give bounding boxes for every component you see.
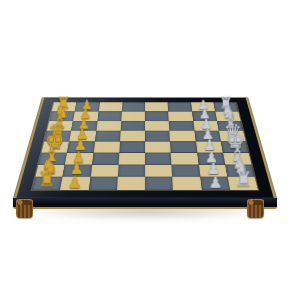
square-r7c2[interactable] (88, 177, 117, 190)
board-leg-right (247, 199, 264, 218)
square-r1c2[interactable] (97, 111, 122, 121)
square-r2c5[interactable] (169, 121, 194, 131)
board-front-edge (13, 198, 277, 209)
square-r7c4[interactable] (145, 177, 173, 190)
board-leg-left (16, 199, 33, 218)
square-r1c5[interactable] (168, 111, 193, 121)
silver-pawn[interactable]: ♟ (209, 174, 223, 190)
square-r7c3[interactable] (117, 177, 145, 190)
square-r1c3[interactable] (121, 111, 145, 121)
square-r2c3[interactable] (120, 121, 145, 131)
square-r7c1[interactable]: ♟ (60, 177, 90, 190)
square-r2c4[interactable] (145, 121, 170, 131)
square-r6c5[interactable] (172, 164, 200, 176)
square-r3c2[interactable] (95, 131, 121, 142)
square-r4c3[interactable] (119, 142, 145, 153)
square-r3c4[interactable] (145, 131, 170, 142)
square-r4c4[interactable] (145, 142, 171, 153)
square-r7c5[interactable] (172, 177, 201, 190)
square-r2c2[interactable] (96, 121, 121, 131)
square-r1c4[interactable] (145, 111, 169, 121)
square-r5c4[interactable] (145, 153, 172, 165)
chess-board: ♜♟♟♜♞♟♟♞♝♟♟♝♛♟♟♛♚♟♟♚♝♟♟♝♞♟♟♞♜♟♟♜ (14, 98, 276, 200)
square-r0c5[interactable] (168, 102, 192, 111)
chess-board-wrap: ♜♟♟♜♞♟♟♞♝♟♟♝♛♟♟♛♚♟♟♚♝♟♟♝♞♟♟♞♜♟♟♜ (30, 42, 260, 242)
square-r7c7[interactable]: ♜ (227, 177, 258, 190)
board-grid: ♜♟♟♜♞♟♟♞♝♟♟♝♛♟♟♛♚♟♟♚♝♟♟♝♞♟♟♞♜♟♟♜ (32, 102, 258, 190)
square-r4c5[interactable] (170, 142, 197, 153)
square-r6c4[interactable] (145, 164, 172, 176)
square-r0c3[interactable] (122, 102, 145, 111)
square-r4c2[interactable] (93, 142, 120, 153)
square-r6c3[interactable] (118, 164, 145, 176)
square-r7c0[interactable]: ♜ (32, 177, 63, 190)
gold-pawn[interactable]: ♟ (67, 174, 81, 190)
square-r3c3[interactable] (120, 131, 145, 142)
silver-rook[interactable]: ♜ (235, 169, 253, 189)
square-r0c2[interactable] (98, 102, 122, 111)
square-r7c6[interactable]: ♟ (200, 177, 230, 190)
gold-rook[interactable]: ♜ (37, 169, 55, 189)
square-r5c3[interactable] (118, 153, 145, 165)
square-r3c5[interactable] (170, 131, 196, 142)
square-r5c2[interactable] (92, 153, 119, 165)
square-r6c2[interactable] (90, 164, 118, 176)
square-r5c5[interactable] (171, 153, 198, 165)
product-photo-scene: ♜♟♟♜♞♟♟♞♝♟♟♝♛♟♟♛♚♟♟♚♝♟♟♝♞♟♟♞♜♟♟♜ (0, 0, 290, 290)
square-r0c4[interactable] (145, 102, 168, 111)
